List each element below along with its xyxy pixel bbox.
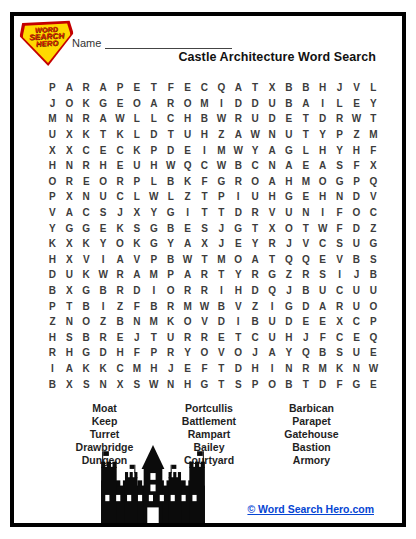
grid-cell: W <box>247 127 264 143</box>
grid-cell: T <box>162 127 179 143</box>
grid-cell: I <box>264 298 281 314</box>
grid-cell: G <box>331 174 348 190</box>
grid-cell: L <box>128 189 145 205</box>
grid-cell: I <box>264 361 281 377</box>
grid-cell: I <box>213 283 230 299</box>
grid-cell: B <box>95 283 112 299</box>
grid-cell: W <box>196 298 213 314</box>
grid-cell: G <box>264 267 281 283</box>
grid-cell: E <box>280 111 297 127</box>
grid-cell: W <box>179 252 196 268</box>
grid-cell: G <box>280 189 297 205</box>
grid-cell: L <box>297 142 314 158</box>
grid-cell: R <box>95 330 112 346</box>
grid-cell: Y <box>179 345 196 361</box>
grid-cell: U <box>365 283 382 299</box>
grid-cell: W <box>95 267 112 283</box>
grid-cell: N <box>78 189 95 205</box>
grid-cell: X <box>61 252 78 268</box>
grid-cell: N <box>61 314 78 330</box>
grid-cell: O <box>44 174 61 190</box>
grid-cell: A <box>314 298 331 314</box>
grid-cell: P <box>145 345 162 361</box>
grid-cell: V <box>348 80 365 96</box>
word-list-item: Barbican <box>249 402 374 415</box>
grid-cell: M <box>44 111 61 127</box>
grid-cell: T <box>145 80 162 96</box>
grid-cell: Q <box>365 174 382 190</box>
grid-cell: P <box>162 267 179 283</box>
grid-cell: F <box>196 174 213 190</box>
grid-cell: A <box>61 205 78 221</box>
grid-cell: E <box>179 361 196 377</box>
grid-cell: T <box>247 220 264 236</box>
grid-cell: Y <box>314 127 331 143</box>
grid-cell: Y <box>247 142 264 158</box>
grid-cell: G <box>95 96 112 112</box>
grid-cell: K <box>44 236 61 252</box>
grid-cell: O <box>280 220 297 236</box>
grid-cell: R <box>162 298 179 314</box>
grid-cell: C <box>348 314 365 330</box>
grid-cell: J <box>162 361 179 377</box>
grid-cell: J <box>128 330 145 346</box>
grid-cell: X <box>61 236 78 252</box>
grid-cell: J <box>280 236 297 252</box>
grid-cell: E <box>179 142 196 158</box>
grid-cell: X <box>61 376 78 392</box>
grid-cell: R <box>297 267 314 283</box>
grid-cell: X <box>331 314 348 330</box>
grid-cell: D <box>348 189 365 205</box>
grid-cell: E <box>314 314 331 330</box>
word-search-hero-link[interactable]: © Word Search Hero.com <box>247 503 374 515</box>
grid-cell: O <box>61 96 78 112</box>
grid-cell: S <box>61 330 78 346</box>
grid-cell: B <box>314 345 331 361</box>
grid-cell: Q <box>213 80 230 96</box>
grid-cell: D <box>128 283 145 299</box>
grid-cell: R <box>230 111 247 127</box>
grid-cell: D <box>264 111 281 127</box>
word-list-item: Bastion <box>249 441 374 454</box>
grid-cell: L <box>331 96 348 112</box>
grid-cell: Z <box>280 267 297 283</box>
word-list-item: Armory <box>249 454 374 467</box>
grid-cell: G <box>78 345 95 361</box>
grid-cell: A <box>179 267 196 283</box>
grid-cell: H <box>44 158 61 174</box>
grid-cell: P <box>213 189 230 205</box>
grid-cell: R <box>230 174 247 190</box>
grid-cell: U <box>280 127 297 143</box>
grid-cell: S <box>128 376 145 392</box>
grid-cell: K <box>78 96 95 112</box>
grid-cell: L <box>162 189 179 205</box>
grid-cell: H <box>95 158 112 174</box>
grid-cell: T <box>297 127 314 143</box>
grid-cell: R <box>112 283 129 299</box>
grid-cell: A <box>128 267 145 283</box>
grid-cell: R <box>78 111 95 127</box>
grid-cell: F <box>314 330 331 346</box>
grid-cell: I <box>331 267 348 283</box>
grid-cell: Q <box>365 330 382 346</box>
grid-cell: U <box>280 205 297 221</box>
grid-cell: R <box>196 267 213 283</box>
grid-cell: Q <box>179 158 196 174</box>
grid-cell: I <box>314 205 331 221</box>
grid-cell: I <box>230 189 247 205</box>
grid-cell: H <box>348 142 365 158</box>
grid-cell: H <box>61 345 78 361</box>
grid-cell: I <box>44 361 61 377</box>
grid-cell: S <box>230 376 247 392</box>
grid-cell: V <box>331 252 348 268</box>
grid-cell: O <box>247 174 264 190</box>
grid-cell: G <box>348 376 365 392</box>
grid-cell: R <box>162 96 179 112</box>
grid-cell: E <box>365 376 382 392</box>
grid-cell: W <box>145 376 162 392</box>
grid-cell: E <box>297 314 314 330</box>
grid-cell: X <box>365 158 382 174</box>
grid-cell: J <box>213 236 230 252</box>
grid-cell: Y <box>95 236 112 252</box>
grid-cell: D <box>314 111 331 127</box>
grid-cell: D <box>162 142 179 158</box>
grid-cell: K <box>78 267 95 283</box>
grid-cell: K <box>128 236 145 252</box>
logo-text-hero: HERO <box>36 39 59 47</box>
grid-cell: K <box>112 127 129 143</box>
grid-cell: S <box>331 345 348 361</box>
grid-cell: R <box>247 267 264 283</box>
grid-cell: E <box>230 236 247 252</box>
grid-cell: O <box>95 174 112 190</box>
grid-cell: U <box>128 158 145 174</box>
grid-cell: P <box>331 127 348 143</box>
grid-cell: W <box>348 111 365 127</box>
grid-cell: P <box>145 142 162 158</box>
grid-cell: J <box>348 267 365 283</box>
grid-cell: F <box>348 158 365 174</box>
grid-cell: R <box>331 298 348 314</box>
grid-cell: B <box>78 298 95 314</box>
grid-cell: T <box>95 127 112 143</box>
grid-cell: R <box>44 345 61 361</box>
grid-cell: F <box>331 220 348 236</box>
grid-cell: B <box>44 283 61 299</box>
grid-cell: T <box>213 376 230 392</box>
grid-cell: U <box>162 330 179 346</box>
grid-cell: T <box>213 361 230 377</box>
grid-cell: N <box>280 361 297 377</box>
grid-cell: I <box>95 252 112 268</box>
grid-cell: P <box>145 252 162 268</box>
grid-cell: Y <box>230 267 247 283</box>
grid-cell: R <box>264 236 281 252</box>
grid-cell: J <box>280 283 297 299</box>
grid-cell: X <box>61 189 78 205</box>
grid-cell: T <box>247 80 264 96</box>
grid-cell: I <box>95 298 112 314</box>
grid-cell: E <box>95 142 112 158</box>
grid-cell: X <box>61 127 78 143</box>
grid-cell: U <box>247 189 264 205</box>
grid-cell: K <box>162 314 179 330</box>
grid-cell: E <box>179 80 196 96</box>
grid-cell: W <box>213 158 230 174</box>
grid-cell: U <box>95 189 112 205</box>
castle-icon <box>98 445 208 523</box>
grid-cell: N <box>61 158 78 174</box>
grid-cell: W <box>213 111 230 127</box>
grid-cell: E <box>348 96 365 112</box>
grid-cell: O <box>196 345 213 361</box>
grid-cell: D <box>348 220 365 236</box>
grid-cell: F <box>162 80 179 96</box>
grid-cell: G <box>280 298 297 314</box>
grid-cell: W <box>162 158 179 174</box>
grid-cell: A <box>230 80 247 96</box>
grid-cell: V <box>264 205 281 221</box>
grid-cell: D <box>230 361 247 377</box>
grid-cell: N <box>348 361 365 377</box>
grid-cell: S <box>196 220 213 236</box>
grid-cell: R <box>331 111 348 127</box>
grid-cell: N <box>264 158 281 174</box>
grid-cell: I <box>196 142 213 158</box>
grid-cell: C <box>162 111 179 127</box>
grid-cell: M <box>297 174 314 190</box>
grid-cell: R <box>196 283 213 299</box>
grid-cell: I <box>145 283 162 299</box>
grid-cell: V <box>230 298 247 314</box>
grid-cell: W <box>365 361 382 377</box>
grid-cell: U <box>314 283 331 299</box>
grid-cell: U <box>61 267 78 283</box>
grid-cell: G <box>145 236 162 252</box>
grid-cell: N <box>331 189 348 205</box>
grid-cell: H <box>280 330 297 346</box>
grid-cell: Y <box>280 345 297 361</box>
grid-cell: T <box>365 111 382 127</box>
grid-cell: K <box>112 220 129 236</box>
grid-cell: D <box>213 314 230 330</box>
grid-cell: X <box>112 376 129 392</box>
grid-cell: A <box>61 80 78 96</box>
word-search-hero-logo: WORD SEARCH HERO <box>19 19 75 68</box>
grid-cell: H <box>112 345 129 361</box>
grid-cell: S <box>331 236 348 252</box>
grid-cell: V <box>196 314 213 330</box>
grid-cell: D <box>95 345 112 361</box>
grid-cell: C <box>247 330 264 346</box>
grid-cell: B <box>44 376 61 392</box>
grid-cell: V <box>365 189 382 205</box>
grid-cell: F <box>331 205 348 221</box>
grid-cell: G <box>78 220 95 236</box>
grid-cell: P <box>128 174 145 190</box>
grid-cell: S <box>128 220 145 236</box>
grid-cell: X <box>128 205 145 221</box>
grid-cell: B <box>297 80 314 96</box>
grid-cell: P <box>44 298 61 314</box>
grid-cell: R <box>179 283 196 299</box>
grid-cell: Y <box>247 236 264 252</box>
grid-cell: M <box>196 96 213 112</box>
grid-cell: C <box>196 80 213 96</box>
grid-cell: A <box>264 174 281 190</box>
grid-cell: I <box>314 96 331 112</box>
grid-cell: W <box>230 142 247 158</box>
grid-cell: B <box>112 314 129 330</box>
grid-cell: U <box>44 127 61 143</box>
grid-cell: A <box>230 127 247 143</box>
grid-cell: B <box>230 158 247 174</box>
grid-cell: E <box>95 220 112 236</box>
grid-cell: Z <box>112 298 129 314</box>
grid-cell: J <box>44 96 61 112</box>
grid-cell: B <box>196 111 213 127</box>
grid-cell: E <box>179 220 196 236</box>
grid-cell: F <box>128 298 145 314</box>
grid-cell: H <box>247 361 264 377</box>
grid-cell: G <box>61 220 78 236</box>
grid-cell: T <box>61 298 78 314</box>
grid-cell: O <box>314 174 331 190</box>
grid-cell: H <box>44 330 61 346</box>
grid-cell: J <box>213 220 230 236</box>
grid-cell: Y <box>365 96 382 112</box>
grid-cell: U <box>264 314 281 330</box>
grid-cell: A <box>264 142 281 158</box>
grid-cell: B <box>145 298 162 314</box>
name-field: Name <box>72 36 232 49</box>
grid-cell: D <box>247 96 264 112</box>
grid-cell: L <box>365 80 382 96</box>
grid-cell: K <box>78 236 95 252</box>
grid-cell: X <box>61 283 78 299</box>
grid-cell: E <box>297 189 314 205</box>
grid-cell: E <box>112 158 129 174</box>
grid-cell: R <box>112 174 129 190</box>
grid-cell: O <box>230 252 247 268</box>
grid-cell: X <box>264 80 281 96</box>
grid-cell: R <box>179 330 196 346</box>
grid-cell: E <box>348 330 365 346</box>
grid-cell: M <box>145 314 162 330</box>
grid-cell: W <box>145 189 162 205</box>
grid-cell: R <box>78 158 95 174</box>
grid-cell: S <box>314 267 331 283</box>
grid-cell: X <box>196 236 213 252</box>
grid-cell: M <box>128 361 145 377</box>
grid-cell: B <box>247 314 264 330</box>
grid-cell: A <box>314 158 331 174</box>
grid-cell: K <box>78 361 95 377</box>
grid-cell: O <box>78 314 95 330</box>
grid-cell: G <box>280 142 297 158</box>
grid-cell: D <box>230 205 247 221</box>
grid-cell: D <box>297 298 314 314</box>
grid-cell: H <box>314 189 331 205</box>
grid-cell: Y <box>162 236 179 252</box>
grid-cell: T <box>213 267 230 283</box>
grid-cell: F <box>128 345 145 361</box>
grid-cell: F <box>331 376 348 392</box>
grid-cell: T <box>297 111 314 127</box>
grid-cell: J <box>112 205 129 221</box>
grid-cell: H <box>44 252 61 268</box>
grid-cell: D <box>314 376 331 392</box>
grid-cell: S <box>331 158 348 174</box>
grid-cell: C <box>112 361 129 377</box>
grid-cell: O <box>162 283 179 299</box>
grid-cell: A <box>179 236 196 252</box>
grid-cell: O <box>348 205 365 221</box>
grid-cell: D <box>230 96 247 112</box>
grid-cell: J <box>331 80 348 96</box>
grid-cell: B <box>280 80 297 96</box>
grid-cell: T <box>145 330 162 346</box>
grid-cell: D <box>145 127 162 143</box>
grid-cell: S <box>365 252 382 268</box>
grid-cell: E <box>314 252 331 268</box>
grid-cell: D <box>44 267 61 283</box>
grid-cell: C <box>314 236 331 252</box>
grid-cell: G <box>78 283 95 299</box>
grid-cell: Z <box>95 314 112 330</box>
grid-cell: Z <box>365 220 382 236</box>
grid-cell: R <box>247 205 264 221</box>
grid-cell: M <box>213 142 230 158</box>
grid-cell: I <box>230 314 247 330</box>
grid-cell: G <box>365 236 382 252</box>
grid-cell: X <box>61 142 78 158</box>
grid-cell: R <box>78 80 95 96</box>
grid-cell: J <box>247 345 264 361</box>
grid-cell: P <box>348 174 365 190</box>
grid-cell: A <box>95 80 112 96</box>
grid-cell: H <box>179 111 196 127</box>
grid-cell: B <box>78 330 95 346</box>
grid-cell: O <box>112 236 129 252</box>
grid-cell: B <box>162 174 179 190</box>
grid-cell: P <box>44 189 61 205</box>
grid-cell: Y <box>331 142 348 158</box>
grid-cell: A <box>247 252 264 268</box>
page-title: Castle Architecture Word Search <box>178 50 376 64</box>
grid-cell: N <box>128 314 145 330</box>
grid-cell: F <box>196 361 213 377</box>
grid-cell: S <box>78 376 95 392</box>
letter-grid: PARAPETFECQATXBBHJVLJOKGEOAROMIDDUBAILEY… <box>44 80 382 392</box>
grid-cell: E <box>297 158 314 174</box>
grid-cell: L <box>145 174 162 190</box>
grid-cell: C <box>112 189 129 205</box>
word-list-item: Parapet <box>249 415 374 428</box>
grid-cell: T <box>196 189 213 205</box>
grid-cell: R <box>112 267 129 283</box>
grid-cell: B <box>348 252 365 268</box>
grid-cell: Z <box>247 298 264 314</box>
grid-cell: T <box>213 205 230 221</box>
grid-cell: Q <box>297 252 314 268</box>
grid-cell: H <box>314 142 331 158</box>
grid-cell: O <box>179 314 196 330</box>
